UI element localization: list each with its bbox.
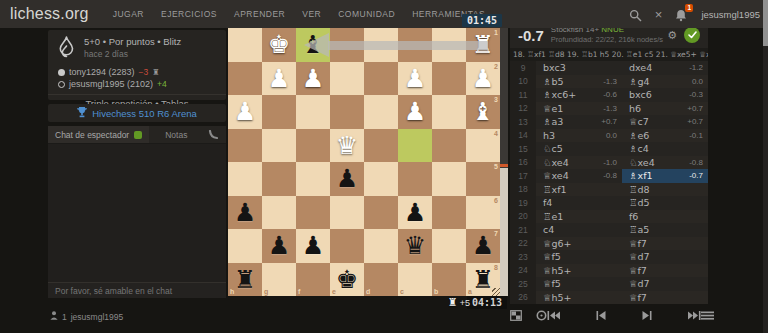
- move-26b[interactable]: ♕f7: [622, 291, 708, 305]
- square-b7[interactable]: [432, 229, 466, 263]
- black-pawn-e5[interactable]: ♟: [330, 162, 364, 196]
- black-queen-c7[interactable]: ♛: [398, 229, 432, 263]
- square-h5[interactable]: [228, 162, 262, 196]
- move-row-21: 21c4♖a5: [510, 223, 708, 237]
- move-san: ♕f5: [543, 278, 561, 289]
- game-mode-text: 5+0 • Por puntos • Blitz: [84, 36, 181, 48]
- white-pawn-c3[interactable]: ♟: [398, 95, 432, 129]
- menu-item-aprender[interactable]: APRENDER: [234, 9, 285, 19]
- chess-board[interactable]: ♚♝1♜♟♟♟2♟♟♟3♝♛4♟5♟♟6♟♟♛7♟h♜gfe♚dcb8a♜: [228, 28, 500, 296]
- material-count: +5: [460, 298, 470, 308]
- square-b3[interactable]: [432, 95, 466, 129]
- move-16w[interactable]: ♘xe4-1.0: [536, 156, 622, 170]
- menu-item-jugar[interactable]: JUGAR: [113, 9, 144, 19]
- move-number: 13: [510, 115, 536, 129]
- square-b8[interactable]: b: [432, 263, 466, 297]
- move-san: f4: [543, 197, 552, 208]
- square-a4[interactable]: 4: [466, 129, 500, 163]
- file-label-g: g: [264, 288, 268, 295]
- next-move-button[interactable]: [642, 310, 652, 321]
- previous-move-button[interactable]: [596, 310, 606, 321]
- move-18b[interactable]: ♖d8: [622, 183, 708, 197]
- square-a5[interactable]: 5: [466, 162, 500, 196]
- settings-circle-icon[interactable]: [536, 310, 547, 321]
- white-bishop-a3[interactable]: ♝: [466, 95, 500, 129]
- move-san: ♕d7: [629, 278, 650, 289]
- black-color-icon: [58, 81, 65, 88]
- move-san: ♕h5+: [543, 292, 572, 303]
- move-19w[interactable]: f4: [536, 196, 622, 210]
- square-c6[interactable]: ♟: [398, 196, 432, 230]
- best-move-arrow-head: [304, 33, 329, 57]
- move-eval: -1.0: [603, 158, 617, 167]
- move-san: ♕e1: [543, 103, 563, 114]
- square-a7[interactable]: 7♟: [466, 229, 500, 263]
- chat-input[interactable]: Por favor, sé amable en el chat: [48, 282, 226, 298]
- square-e5[interactable]: ♟: [330, 162, 364, 196]
- square-d2[interactable]: [364, 62, 398, 96]
- move-17b[interactable]: ♗xf1-0.7: [622, 169, 708, 183]
- move-san: ♖e1: [543, 211, 563, 222]
- move-11w[interactable]: ♗xc6+-0.6: [536, 88, 622, 102]
- move-12w[interactable]: ♕e1-1.3: [536, 102, 622, 116]
- move-san: ♘c5: [543, 143, 563, 154]
- white-queen-e4[interactable]: ♛: [330, 129, 364, 163]
- move-eval: -0.8: [689, 158, 703, 167]
- menu-item-ver[interactable]: VER: [302, 9, 321, 19]
- notification-bell-icon[interactable]: 1: [675, 8, 688, 21]
- move-san: h6: [629, 103, 641, 114]
- move-san: ♗a3: [543, 116, 563, 127]
- square-c5[interactable]: [398, 162, 432, 196]
- move-number: 23: [510, 250, 536, 264]
- square-h6[interactable]: ♟: [228, 196, 262, 230]
- square-d5[interactable]: [364, 162, 398, 196]
- white-pawn-g2[interactable]: ♟: [262, 62, 296, 96]
- move-19b[interactable]: ♖d5: [622, 196, 708, 210]
- move-number: 9: [510, 61, 536, 75]
- best-move-arrow: [328, 41, 488, 50]
- move-san: ♘xe4: [543, 157, 569, 168]
- file-label-b: b: [434, 288, 438, 295]
- move-san: bxc3: [543, 62, 566, 73]
- menu-item-comunidad[interactable]: COMUNIDAD: [338, 9, 395, 19]
- move-26w[interactable]: ♕h5+: [536, 291, 622, 305]
- move-row-26: 26♕h5+♕f7: [510, 291, 708, 305]
- move-22w[interactable]: ♕g6+: [536, 237, 622, 251]
- black-pawn-f7[interactable]: ♟: [296, 229, 330, 263]
- move-number: 26: [510, 291, 536, 305]
- last-move-button[interactable]: [688, 310, 701, 321]
- square-b6[interactable]: [432, 196, 466, 230]
- tab-notes[interactable]: Notas: [165, 130, 187, 140]
- move-san: ♗xc6+: [543, 89, 576, 100]
- pv-moves: 18. ♖xf1 ♖d8 19. ♖b1 h5 20. ♖e1 c5 21. ♕…: [513, 50, 708, 59]
- move-number: 15: [510, 142, 536, 156]
- square-a6[interactable]: 6: [466, 196, 500, 230]
- move-san: ♕d7: [629, 251, 650, 262]
- move-row-11: 11♗xc6+-0.6bxc6-0.3: [510, 88, 708, 102]
- lichess-logo[interactable]: lichess.org: [10, 5, 89, 23]
- engine-toggle-switch[interactable]: [684, 27, 700, 43]
- player-row-jesusmgl1995[interactable]: jesusmgl1995 (2102)+4: [58, 79, 218, 91]
- move-10w[interactable]: ♗b5-1.3: [536, 75, 622, 89]
- move-17w[interactable]: ♕xe4-0.8: [536, 169, 622, 183]
- move-number: 24: [510, 264, 536, 278]
- square-d7[interactable]: [364, 229, 398, 263]
- square-c2[interactable]: ♟: [398, 62, 432, 96]
- white-pawn-h3[interactable]: ♟: [228, 95, 262, 129]
- gear-icon[interactable]: ⚙: [667, 30, 677, 41]
- square-h3[interactable]: ♟: [228, 95, 262, 129]
- chat-phone-icon[interactable]: [208, 126, 218, 144]
- white-color-icon: [58, 69, 65, 76]
- square-h4[interactable]: [228, 129, 262, 163]
- black-rook-h8[interactable]: ♜: [228, 263, 262, 297]
- move-number: 21: [510, 223, 536, 237]
- move-number: 10: [510, 75, 536, 89]
- move-row-19: 19f4♖d5: [510, 196, 708, 210]
- berserk-icon: ♜: [152, 67, 159, 79]
- chat-tab-label: Chat de espectador: [55, 130, 129, 140]
- menu-item-ejercicios[interactable]: EJERCICIOS: [161, 9, 217, 19]
- move-number: 12: [510, 102, 536, 116]
- player-row-tony1294[interactable]: tony1294 (2283)−3♜: [58, 67, 218, 79]
- square-g5[interactable]: [262, 162, 296, 196]
- move-eval: -1.3: [603, 77, 617, 86]
- board-resize-handle[interactable]: [492, 288, 500, 296]
- move-san: ♗xf1: [629, 170, 653, 181]
- move-15b[interactable]: ♗c4: [622, 142, 708, 156]
- captured-rook-icon: ♜: [448, 296, 458, 309]
- spectator-names[interactable]: jesusmgl1995: [71, 312, 123, 322]
- move-san: ♖d8: [629, 184, 650, 195]
- move-row-20: 20♖e1f6: [510, 210, 708, 224]
- main-menu: JUGAREJERCICIOSAPRENDERVERCOMUNIDADHERRA…: [113, 9, 485, 19]
- move-row-12: 12♕e1-1.3h6+0.7: [510, 102, 708, 116]
- square-g4[interactable]: [262, 129, 296, 163]
- engine-depth: Profundidad: 22/22, 216k nodes/s: [551, 35, 663, 45]
- black-king-e8[interactable]: ♚: [330, 263, 364, 297]
- move-san: ♗c4: [629, 143, 649, 154]
- move-san: ♖xf1: [543, 184, 567, 195]
- move-number: 22: [510, 237, 536, 251]
- spectator-count: 1: [62, 312, 67, 322]
- square-c7[interactable]: ♛: [398, 229, 432, 263]
- move-14b[interactable]: ♗e6-0.1: [622, 129, 708, 143]
- logged-in-username[interactable]: jesusmgl1995: [701, 9, 760, 20]
- move-number: 25: [510, 277, 536, 291]
- move-20w[interactable]: ♖e1: [536, 210, 622, 224]
- move-15w[interactable]: ♘c5: [536, 142, 622, 156]
- notification-badge: 1: [685, 4, 693, 12]
- white-pawn-c2[interactable]: ♟: [398, 62, 432, 96]
- move-row-25: 25♕f5♕d7: [510, 277, 708, 291]
- players-list: tony1294 (2283)−3♜jesusmgl1995 (2102)+4: [48, 63, 226, 90]
- black-pawn-a7[interactable]: ♟: [466, 229, 500, 263]
- square-e6[interactable]: [330, 196, 364, 230]
- file-label-c: c: [400, 288, 404, 295]
- move-24b[interactable]: ♕f7: [622, 264, 708, 278]
- square-d6[interactable]: [364, 196, 398, 230]
- move-18w[interactable]: ♖xf1: [536, 183, 622, 197]
- move-14w[interactable]: h30.0: [536, 129, 622, 143]
- move-san: c4: [543, 224, 554, 235]
- move-row-17: 17♕xe4-0.8♗xf1-0.7: [510, 169, 708, 183]
- move-number: 20: [510, 210, 536, 224]
- move-row-10: 10♗b5-1.3♗g40.0: [510, 75, 708, 89]
- blitz-flame-icon: [58, 36, 75, 63]
- black-pawn-g7[interactable]: ♟: [262, 229, 296, 263]
- black-pawn-h6[interactable]: ♟: [228, 196, 262, 230]
- square-f5[interactable]: [296, 162, 330, 196]
- first-move-button[interactable]: [547, 310, 560, 321]
- move-san: ♗b5: [543, 76, 564, 87]
- tab-spectator-chat[interactable]: Chat de espectador: [48, 126, 149, 143]
- move-row-13: 13♗a3+0.7♕c7+0.7: [510, 115, 708, 129]
- rank-label-6: 6: [494, 197, 498, 204]
- move-san: ♖d5: [629, 197, 650, 208]
- move-eval: 0.0: [692, 77, 703, 86]
- move-san: ♕f7: [629, 292, 647, 303]
- move-25w[interactable]: ♕f5: [536, 277, 622, 291]
- move-san: h3: [543, 130, 555, 141]
- move-number: 17: [510, 169, 536, 183]
- top-player-clock: 01:45: [462, 14, 502, 27]
- move-eval: +0.7: [601, 117, 617, 126]
- file-label-f: f: [298, 288, 300, 295]
- square-f2[interactable]: ♟: [296, 62, 330, 96]
- person-icon: [50, 311, 58, 322]
- square-f8[interactable]: f: [296, 263, 330, 297]
- move-eval: +0.7: [687, 104, 703, 113]
- move-row-14: 14h30.0♗e6-0.1: [510, 129, 708, 143]
- eval-gauge-white-section: [500, 168, 508, 296]
- square-d4[interactable]: [364, 129, 398, 163]
- move-24w[interactable]: ♕h5+: [536, 264, 622, 278]
- move-21b[interactable]: ♖a5: [622, 223, 708, 237]
- engine-eval: -0.7: [518, 27, 544, 44]
- chat-tabs: Chat de espectador Notas: [48, 126, 226, 144]
- black-pawn-c6[interactable]: ♟: [398, 196, 432, 230]
- move-san: dxe4: [629, 62, 652, 73]
- square-e3[interactable]: [330, 95, 364, 129]
- move-san: ♕g6+: [543, 238, 572, 249]
- square-e7[interactable]: [330, 229, 364, 263]
- square-f7[interactable]: ♟: [296, 229, 330, 263]
- move-row-9: 9bxc3dxe4-1.2: [510, 61, 708, 75]
- move-san: ♕h5+: [543, 265, 572, 276]
- square-e8[interactable]: e♚: [330, 263, 364, 297]
- move-san: ♕c7: [629, 116, 649, 127]
- square-h7[interactable]: [228, 229, 262, 263]
- move-san: f6: [629, 211, 638, 222]
- move-16b[interactable]: ♘xe4-0.8: [622, 156, 708, 170]
- square-f6[interactable]: [296, 196, 330, 230]
- square-b2[interactable]: [432, 62, 466, 96]
- page-scrollbar[interactable]: [763, 0, 768, 333]
- move-9b[interactable]: dxe4-1.2: [622, 61, 708, 75]
- spectators-line: 1 jesusmgl1995: [50, 311, 123, 322]
- game-date-text: hace 2 días: [84, 48, 181, 60]
- move-13b[interactable]: ♕c7+0.7: [622, 115, 708, 129]
- square-h8[interactable]: h♜: [228, 263, 262, 297]
- move-eval: -0.3: [689, 90, 703, 99]
- move-eval: -0.1: [689, 131, 703, 140]
- square-e4[interactable]: ♛: [330, 129, 364, 163]
- move-eval: -1.2: [689, 63, 703, 72]
- move-row-16: 16♘xe4-1.0♘xe4-0.8: [510, 156, 708, 170]
- square-f3[interactable]: [296, 95, 330, 129]
- move-9w[interactable]: bxc3: [536, 61, 622, 75]
- square-g7[interactable]: ♟: [262, 229, 296, 263]
- analysis-controls: [510, 305, 708, 326]
- move-20b[interactable]: f6: [622, 210, 708, 224]
- white-pawn-f2[interactable]: ♟: [296, 62, 330, 96]
- square-b4[interactable]: [432, 129, 466, 163]
- move-row-18: 18♖xf1♖d8: [510, 183, 708, 197]
- square-g3[interactable]: [262, 95, 296, 129]
- tournament-link-card[interactable]: Hivechess 510 R6 Arena: [48, 104, 226, 122]
- square-a2[interactable]: 2♟: [466, 62, 500, 96]
- square-d3[interactable]: [364, 95, 398, 129]
- move-eval: -0.6: [603, 90, 617, 99]
- menu-hamburger-icon[interactable]: [701, 310, 714, 321]
- white-king-g1[interactable]: ♚: [262, 28, 296, 62]
- move-number: 16: [510, 156, 536, 170]
- rank-label-4: 4: [494, 130, 498, 137]
- trophy-icon: [77, 104, 87, 122]
- square-g2[interactable]: ♟: [262, 62, 296, 96]
- move-23b[interactable]: ♕d7: [622, 250, 708, 264]
- move-number: 11: [510, 88, 536, 102]
- page-scrollbar-thumb[interactable]: [763, 0, 768, 46]
- move-number: 18: [510, 183, 536, 197]
- move-11b[interactable]: bxc6-0.3: [622, 88, 708, 102]
- square-c8[interactable]: c: [398, 263, 432, 297]
- rating-delta: −3: [139, 67, 149, 79]
- square-f4[interactable]: [296, 129, 330, 163]
- move-number: 14: [510, 129, 536, 143]
- move-san: ♗g4: [629, 76, 650, 87]
- close-icon[interactable]: ×: [655, 8, 663, 21]
- move-san: ♕f5: [543, 251, 561, 262]
- eval-gauge: [500, 28, 508, 296]
- move-eval: -1.3: [603, 104, 617, 113]
- move-13w[interactable]: ♗a3+0.7: [536, 115, 622, 129]
- move-23w[interactable]: ♕f5: [536, 250, 622, 264]
- move-san: ♕xe4: [543, 170, 569, 181]
- square-e2[interactable]: [330, 62, 364, 96]
- move-san: ♗e6: [629, 130, 649, 141]
- square-g8[interactable]: g: [262, 263, 296, 297]
- square-g1[interactable]: ♚: [262, 28, 296, 62]
- move-row-24: 24♕h5+♕f7: [510, 264, 708, 278]
- analysis-board-icon[interactable]: [510, 310, 522, 321]
- player-name-rating: jesusmgl1995 (2102): [69, 79, 153, 91]
- move-san: ♘xe4: [629, 157, 655, 168]
- white-pawn-a2[interactable]: ♟: [466, 62, 500, 96]
- move-eval: +0.7: [687, 117, 703, 126]
- move-row-22: 22♕g6+♕f7: [510, 237, 708, 251]
- square-h1[interactable]: [228, 28, 262, 62]
- move-number: 19: [510, 196, 536, 210]
- move-row-23: 23♕f5♕d7: [510, 250, 708, 264]
- player-name-rating: tony1294 (2283): [69, 67, 135, 79]
- rating-delta: +4: [157, 79, 167, 91]
- move-san: ♕f7: [629, 265, 647, 276]
- material-advantage: ♜ +5: [448, 296, 470, 309]
- move-san: bxc6: [629, 89, 652, 100]
- square-c4[interactable]: [398, 129, 432, 163]
- chat-messages-area: [48, 144, 226, 282]
- move-10b[interactable]: ♗g40.0: [622, 75, 708, 89]
- top-navbar: lichess.org JUGAREJERCICIOSAPRENDERVERCO…: [0, 0, 768, 28]
- chat-toggle[interactable]: [134, 131, 142, 139]
- move-eval: -0.8: [603, 171, 617, 180]
- move-12b[interactable]: h6+0.7: [622, 102, 708, 116]
- move-21w[interactable]: c4: [536, 223, 622, 237]
- move-eval: -0.7: [689, 171, 703, 180]
- search-icon[interactable]: [629, 8, 642, 21]
- game-meta-card: 5+0 • Por puntos • Blitz hace 2 días ton…: [48, 30, 226, 100]
- move-25b[interactable]: ♕d7: [622, 277, 708, 291]
- chat-panel: Chat de espectador Notas Por favor, sé a…: [48, 126, 226, 298]
- tournament-name-link[interactable]: Hivechess 510 R6 Arena: [92, 108, 197, 119]
- rank-label-5: 5: [494, 163, 498, 170]
- move-san: ♖a5: [629, 224, 649, 235]
- square-d8[interactable]: d: [364, 263, 398, 297]
- square-a3[interactable]: 3♝: [466, 95, 500, 129]
- square-c3[interactable]: ♟: [398, 95, 432, 129]
- square-h2[interactable]: [228, 62, 262, 96]
- move-san: ♕f7: [629, 238, 647, 249]
- eval-gauge-tick: [500, 164, 508, 167]
- square-b5[interactable]: [432, 162, 466, 196]
- engine-pv-line[interactable]: 18. ♖xf1 ♖d8 19. ♖b1 h5 20. ♖e1 c5 21. ♕…: [510, 48, 708, 61]
- file-label-d: d: [366, 288, 370, 295]
- square-g6[interactable]: [262, 196, 296, 230]
- move-row-15: 15♘c5♗c4: [510, 142, 708, 156]
- move-eval: 0.0: [606, 131, 617, 140]
- navbar-right: × 1 jesusmgl1995: [629, 0, 760, 28]
- move-list: 9bxc3dxe4-1.210♗b5-1.3♗g40.011♗xc6+-0.6b…: [510, 61, 708, 304]
- move-22b[interactable]: ♕f7: [622, 237, 708, 251]
- bottom-player-clock: 04:13: [467, 296, 507, 309]
